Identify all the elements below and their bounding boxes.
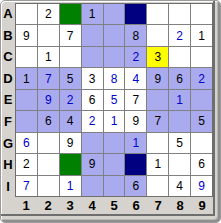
cell-C6[interactable]: 2 [125,47,146,67]
cell-I4[interactable] [82,176,103,196]
cell-E7[interactable] [147,90,168,110]
cell-A3[interactable] [60,4,81,24]
sudoku-grid: 2197821123175384962926571642197569152916… [15,3,213,197]
cell-D8[interactable]: 6 [169,68,190,88]
cell-D9[interactable]: 2 [191,68,212,88]
cell-G2[interactable] [38,133,59,153]
cell-G9[interactable] [191,133,212,153]
cell-I6[interactable]: 6 [125,176,146,196]
row-label-C: C [1,46,15,68]
cell-E6[interactable]: 7 [125,90,146,110]
cell-E1[interactable] [16,90,37,110]
col-label-5: 5 [103,197,125,214]
cell-A8[interactable] [169,4,190,24]
col-label-9: 9 [191,197,213,214]
col-labels: 123456789 [15,197,213,214]
cell-C3[interactable] [60,47,81,67]
cell-F2[interactable]: 6 [38,111,59,131]
row-label-A: A [1,3,15,25]
cell-C7[interactable]: 3 [147,47,168,67]
cell-G4[interactable] [82,133,103,153]
sudoku-window: ABCDEFGHI 219782112317538496292657164219… [0,0,221,223]
cell-A1[interactable] [16,4,37,24]
cell-I2[interactable] [38,176,59,196]
board-region: ABCDEFGHI 219782112317538496292657164219… [1,1,215,216]
cell-C8[interactable] [169,47,190,67]
cell-H7[interactable]: 1 [147,154,168,174]
cell-B2[interactable] [38,25,59,45]
cell-F3[interactable]: 4 [60,111,81,131]
cell-H3[interactable] [60,154,81,174]
cell-C4[interactable] [82,47,103,67]
col-label-8: 8 [169,197,191,214]
cell-F9[interactable]: 5 [191,111,212,131]
cell-I1[interactable]: 7 [16,176,37,196]
cell-E2[interactable]: 9 [38,90,59,110]
cell-B8[interactable]: 2 [169,25,190,45]
cell-H5[interactable] [104,154,125,174]
cell-G5[interactable] [104,133,125,153]
cell-A6[interactable] [125,4,146,24]
cell-B9[interactable]: 1 [191,25,212,45]
cell-G7[interactable] [147,133,168,153]
col-label-1: 1 [15,197,37,214]
cell-H2[interactable] [38,154,59,174]
row-label-G: G [1,132,15,154]
row-label-H: H [1,154,15,176]
cell-D6[interactable]: 4 [125,68,146,88]
cell-D4[interactable]: 3 [82,68,103,88]
row-labels: ABCDEFGHI [1,3,15,197]
cell-E3[interactable]: 2 [60,90,81,110]
col-label-6: 6 [125,197,147,214]
cell-B7[interactable] [147,25,168,45]
cell-I3[interactable]: 1 [60,176,81,196]
cell-E8[interactable]: 1 [169,90,190,110]
cell-I8[interactable]: 4 [169,176,190,196]
cell-D2[interactable]: 7 [38,68,59,88]
row-label-D: D [1,68,15,90]
cell-G6[interactable]: 1 [125,133,146,153]
cell-C9[interactable] [191,47,212,67]
cell-F8[interactable] [169,111,190,131]
cell-F7[interactable]: 7 [147,111,168,131]
col-label-3: 3 [59,197,81,214]
cell-F4[interactable]: 2 [82,111,103,131]
cell-H8[interactable] [169,154,190,174]
cell-B3[interactable]: 7 [60,25,81,45]
cell-I9[interactable]: 9 [191,176,212,196]
cell-D7[interactable]: 9 [147,68,168,88]
cell-B5[interactable] [104,25,125,45]
cell-G3[interactable]: 9 [60,133,81,153]
col-label-2: 2 [37,197,59,214]
cell-D3[interactable]: 5 [60,68,81,88]
cell-A7[interactable] [147,4,168,24]
cell-E9[interactable] [191,90,212,110]
cell-E5[interactable]: 5 [104,90,125,110]
cell-A5[interactable] [104,4,125,24]
row-label-B: B [1,25,15,47]
cell-B1[interactable]: 9 [16,25,37,45]
cell-C1[interactable] [16,47,37,67]
cell-G1[interactable]: 6 [16,133,37,153]
cell-F1[interactable] [16,111,37,131]
cell-H4[interactable]: 9 [82,154,103,174]
cell-A9[interactable] [191,4,212,24]
cell-G8[interactable]: 5 [169,133,190,153]
row-label-I: I [1,175,15,197]
col-label-4: 4 [81,197,103,214]
cell-F6[interactable]: 9 [125,111,146,131]
cell-H9[interactable]: 6 [191,154,212,174]
cell-I5[interactable] [104,176,125,196]
cell-D1[interactable]: 1 [16,68,37,88]
cell-A2[interactable]: 2 [38,4,59,24]
cell-C5[interactable] [104,47,125,67]
cell-B6[interactable]: 8 [125,25,146,45]
row-label-F: F [1,111,15,133]
cell-B4[interactable] [82,25,103,45]
cell-A4[interactable]: 1 [82,4,103,24]
row-label-E: E [1,89,15,111]
cell-I7[interactable] [147,176,168,196]
cell-H6[interactable] [125,154,146,174]
cell-D5[interactable]: 8 [104,68,125,88]
cell-C2[interactable]: 1 [38,47,59,67]
cell-H1[interactable]: 2 [16,154,37,174]
cell-F5[interactable]: 1 [104,111,125,131]
cell-E4[interactable]: 6 [82,90,103,110]
col-label-7: 7 [147,197,169,214]
